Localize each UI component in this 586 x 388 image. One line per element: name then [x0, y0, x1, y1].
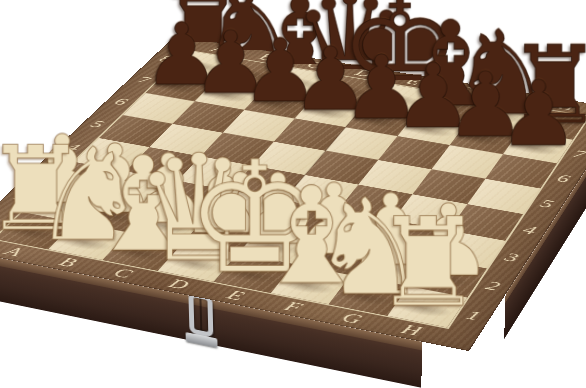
piece-shadow — [0, 217, 73, 246]
clasp-loop-icon — [188, 292, 213, 338]
metal-clasp-latch — [184, 291, 217, 348]
product-photo-stage: ABCDEFGH ABCDEFGH 87654321 87654321 ♜♞♝♛… — [0, 0, 586, 388]
clasp-base-plate — [186, 332, 218, 348]
scene-3d: ABCDEFGH ABCDEFGH 87654321 87654321 ♜♞♝♛… — [0, 0, 586, 388]
chess-board: ABCDEFGH ABCDEFGH 87654321 87654321 ♜♞♝♛… — [0, 36, 586, 351]
